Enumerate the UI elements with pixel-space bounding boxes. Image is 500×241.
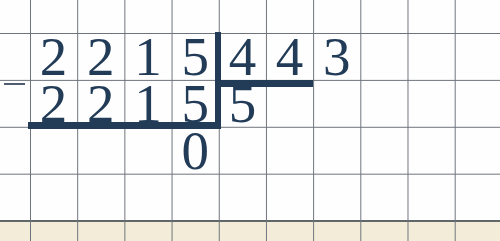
- minus-sign: [4, 83, 25, 86]
- highlighted-paper-row: [0, 221, 500, 241]
- divisor-digit: 4: [266, 33, 313, 80]
- subtrahend-digit: 2: [30, 80, 77, 127]
- remainder-digit: 0: [172, 127, 219, 174]
- division-bracket-quotient-underline: [215, 80, 313, 87]
- squared-paper-worksheet: 2 2 1 5 4 4 3 2 2 1 5 5 0: [0, 0, 500, 241]
- subtrahend-digit: 1: [124, 80, 171, 127]
- highlighted-row-top-rule: [0, 220, 500, 222]
- quotient-digit: 5: [219, 80, 266, 127]
- subtraction-underline: [28, 122, 221, 129]
- divisor-digit: 3: [313, 33, 360, 80]
- subtrahend-digit: 2: [77, 80, 124, 127]
